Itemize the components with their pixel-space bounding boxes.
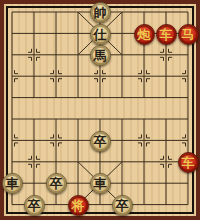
xiangqi-app: 帥仕炮车马馬卒车車卒車卒将卒 xyxy=(0,0,200,220)
red-horse[interactable]: 马 xyxy=(178,24,199,45)
pieces-layer: 帥仕炮车马馬卒车車卒車卒将卒 xyxy=(1,2,199,216)
black-soldier[interactable]: 卒 xyxy=(46,173,67,194)
red-cannon[interactable]: 炮 xyxy=(134,24,155,45)
red-general[interactable]: 将 xyxy=(68,195,89,216)
black-chariot[interactable]: 車 xyxy=(2,173,23,194)
red-chariot[interactable]: 车 xyxy=(178,152,199,173)
black-general[interactable]: 帥 xyxy=(90,2,111,23)
black-horse[interactable]: 馬 xyxy=(90,45,111,66)
black-soldier[interactable]: 卒 xyxy=(24,195,45,216)
black-soldier[interactable]: 卒 xyxy=(90,131,111,152)
black-soldier[interactable]: 卒 xyxy=(112,195,133,216)
black-advisor[interactable]: 仕 xyxy=(90,24,111,45)
black-chariot[interactable]: 車 xyxy=(90,173,111,194)
red-chariot[interactable]: 车 xyxy=(156,24,177,45)
